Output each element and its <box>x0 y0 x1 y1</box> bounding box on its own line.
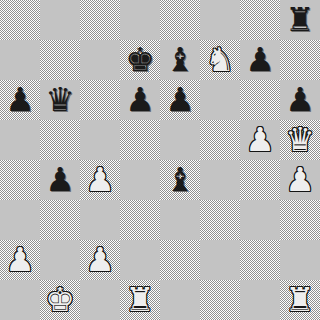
piece-black-pawn-h6[interactable]: ♟ <box>285 80 315 120</box>
square-e1[interactable] <box>160 280 200 320</box>
square-a8[interactable] <box>0 0 40 40</box>
piece-black-bishop-e7[interactable]: ♝ <box>165 40 195 80</box>
square-a1[interactable] <box>0 280 40 320</box>
chess-board: ♜♚♝♞♟♟♛♟♟♟♟♛♟♟♝♟♟♟♚♜♜ <box>0 0 320 320</box>
square-d5[interactable] <box>120 120 160 160</box>
square-b5[interactable] <box>40 120 80 160</box>
square-d2[interactable] <box>120 240 160 280</box>
piece-white-rook-h1[interactable]: ♜ <box>285 280 315 320</box>
square-b7[interactable] <box>40 40 80 80</box>
square-f8[interactable] <box>200 0 240 40</box>
piece-black-king-d7[interactable]: ♚ <box>125 40 155 80</box>
square-c7[interactable] <box>80 40 120 80</box>
piece-white-pawn-c4[interactable]: ♟ <box>85 160 115 200</box>
square-b4[interactable]: ♟ <box>40 160 80 200</box>
piece-black-queen-b6[interactable]: ♛ <box>45 80 75 120</box>
square-g6[interactable] <box>240 80 280 120</box>
square-g8[interactable] <box>240 0 280 40</box>
square-e6[interactable]: ♟ <box>160 80 200 120</box>
square-f4[interactable] <box>200 160 240 200</box>
square-g4[interactable] <box>240 160 280 200</box>
square-d7[interactable]: ♚ <box>120 40 160 80</box>
square-c4[interactable]: ♟ <box>80 160 120 200</box>
piece-white-pawn-h4[interactable]: ♟ <box>285 160 315 200</box>
square-a6[interactable]: ♟ <box>0 80 40 120</box>
square-e5[interactable] <box>160 120 200 160</box>
square-f7[interactable]: ♞ <box>200 40 240 80</box>
square-b3[interactable] <box>40 200 80 240</box>
square-b8[interactable] <box>40 0 80 40</box>
square-h4[interactable]: ♟ <box>280 160 320 200</box>
square-g5[interactable]: ♟ <box>240 120 280 160</box>
square-g7[interactable]: ♟ <box>240 40 280 80</box>
square-g2[interactable] <box>240 240 280 280</box>
square-b1[interactable]: ♚ <box>40 280 80 320</box>
square-b2[interactable] <box>40 240 80 280</box>
square-f5[interactable] <box>200 120 240 160</box>
piece-black-pawn-e6[interactable]: ♟ <box>165 80 195 120</box>
square-a4[interactable] <box>0 160 40 200</box>
piece-white-queen-h5[interactable]: ♛ <box>285 120 315 160</box>
square-h3[interactable] <box>280 200 320 240</box>
square-d1[interactable]: ♜ <box>120 280 160 320</box>
square-f2[interactable] <box>200 240 240 280</box>
square-f1[interactable] <box>200 280 240 320</box>
piece-white-pawn-a2[interactable]: ♟ <box>5 240 35 280</box>
piece-black-rook-h8[interactable]: ♜ <box>285 0 315 40</box>
piece-black-bishop-e4[interactable]: ♝ <box>165 160 195 200</box>
square-b6[interactable]: ♛ <box>40 80 80 120</box>
square-a7[interactable] <box>0 40 40 80</box>
square-c5[interactable] <box>80 120 120 160</box>
square-h1[interactable]: ♜ <box>280 280 320 320</box>
square-a3[interactable] <box>0 200 40 240</box>
piece-black-pawn-g7[interactable]: ♟ <box>245 40 275 80</box>
square-c8[interactable] <box>80 0 120 40</box>
square-d3[interactable] <box>120 200 160 240</box>
square-d4[interactable] <box>120 160 160 200</box>
square-a2[interactable]: ♟ <box>0 240 40 280</box>
square-c3[interactable] <box>80 200 120 240</box>
square-c2[interactable]: ♟ <box>80 240 120 280</box>
piece-black-pawn-a6[interactable]: ♟ <box>5 80 35 120</box>
square-d6[interactable]: ♟ <box>120 80 160 120</box>
square-h7[interactable] <box>280 40 320 80</box>
square-e7[interactable]: ♝ <box>160 40 200 80</box>
square-f3[interactable] <box>200 200 240 240</box>
square-h8[interactable]: ♜ <box>280 0 320 40</box>
square-c1[interactable] <box>80 280 120 320</box>
square-h2[interactable] <box>280 240 320 280</box>
square-g3[interactable] <box>240 200 280 240</box>
piece-white-rook-d1[interactable]: ♜ <box>125 280 155 320</box>
square-d8[interactable] <box>120 0 160 40</box>
square-h5[interactable]: ♛ <box>280 120 320 160</box>
square-f6[interactable] <box>200 80 240 120</box>
square-g1[interactable] <box>240 280 280 320</box>
square-a5[interactable] <box>0 120 40 160</box>
square-c6[interactable] <box>80 80 120 120</box>
square-e8[interactable] <box>160 0 200 40</box>
square-e2[interactable] <box>160 240 200 280</box>
piece-white-pawn-c2[interactable]: ♟ <box>85 240 115 280</box>
square-e3[interactable] <box>160 200 200 240</box>
piece-white-pawn-g5[interactable]: ♟ <box>245 120 275 160</box>
piece-black-pawn-b4[interactable]: ♟ <box>45 160 75 200</box>
square-e4[interactable]: ♝ <box>160 160 200 200</box>
piece-white-knight-f7[interactable]: ♞ <box>205 40 235 80</box>
piece-black-pawn-d6[interactable]: ♟ <box>125 80 155 120</box>
piece-white-king-b1[interactable]: ♚ <box>45 280 75 320</box>
square-h6[interactable]: ♟ <box>280 80 320 120</box>
